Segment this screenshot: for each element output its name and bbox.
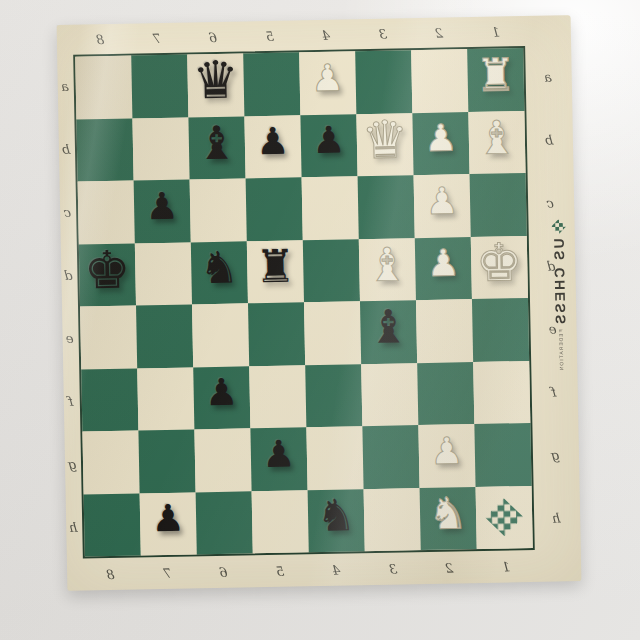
square-e7 [136,304,193,368]
white-king-d1: ♚ [475,236,523,289]
square-h2: ♞ [420,487,477,551]
square-d2: ♟ [415,237,472,301]
white-pawn-b2: ♟ [424,120,458,158]
black-rook-d5: ♜ [255,244,296,290]
rank-label-bottom-5: 5 [252,554,309,587]
square-g1 [474,423,531,487]
black-pawn-f6: ♟ [205,374,239,412]
black-pawn-b5: ♟ [256,123,290,161]
black-knight-d6: ♞ [199,245,239,290]
vinyl-chess-mat: ♛♟♜♝♟♟♛♟♝♟♟♚♞♜♝♟♚♝♟♟♟♟♞♞ US CHESS FEDERA… [57,15,582,591]
square-b8 [76,118,133,182]
rank-label-top-4: 4 [299,19,356,50]
square-f2 [417,362,474,426]
black-pawn-g5: ♟ [262,435,296,473]
square-b7 [132,117,189,181]
white-pawn-a4: ♟ [311,59,345,97]
square-e1 [472,298,529,362]
rank-label-top-7: 7 [129,23,186,54]
rank-label-top-1: 1 [468,16,525,47]
file-label-left-d: d [61,244,78,307]
us-chess-federation-logo: US CHESS FEDERATION [550,219,569,372]
square-c3 [358,175,415,239]
file-label-left-b: b [58,118,75,181]
square-a3 [355,50,412,114]
square-d3: ♝ [359,238,416,302]
square-c4 [302,176,359,240]
rank-label-bottom-7: 7 [139,556,196,589]
square-e4 [304,301,361,365]
us-chess-corner-logo-icon [485,498,524,537]
square-f5 [249,365,306,429]
square-h1 [476,485,533,549]
square-h8 [84,493,141,557]
square-h5 [252,490,309,554]
white-rook-a1: ♜ [475,52,516,98]
rank-label-top-3: 3 [355,18,412,49]
rank-label-bottom-8: 8 [83,557,140,590]
square-d4 [303,239,360,303]
black-queen-a6: ♛ [192,54,240,107]
rank-label-top-5: 5 [242,20,299,51]
rank-label-bottom-6: 6 [196,555,253,588]
black-bishop-e3: ♝ [367,304,409,351]
square-d6: ♞ [191,241,248,305]
square-b4: ♟ [300,114,357,178]
square-h7: ♟ [140,492,197,556]
square-a6: ♛ [187,53,244,117]
square-h3 [364,488,421,552]
square-a7 [131,54,188,118]
square-e5 [248,302,305,366]
square-f6: ♟ [193,366,250,430]
square-c1 [470,173,527,237]
square-b1: ♝ [468,111,525,175]
square-d1: ♚ [471,235,528,299]
square-a8 [75,56,132,120]
file-label-right-a: a [525,45,572,109]
file-label-left-g: g [64,433,81,496]
rank-label-bottom-1: 1 [478,550,535,583]
file-label-right-h: h [534,486,581,550]
square-e8 [80,306,137,370]
white-pawn-d2: ♟ [426,245,460,283]
white-bishop-d3: ♝ [366,241,408,288]
square-a5 [243,52,300,116]
square-d7 [135,242,192,306]
square-c6 [190,178,247,242]
rank-label-bottom-4: 4 [309,553,366,586]
square-e6 [192,303,249,367]
file-label-left-a: a [57,55,74,118]
white-pawn-g2: ♟ [430,432,464,470]
square-a4: ♟ [299,51,356,115]
square-b5: ♟ [244,115,301,179]
black-pawn-c7: ♟ [145,187,179,225]
square-f4 [305,364,362,428]
rank-label-bottom-3: 3 [365,552,422,585]
white-pawn-c2: ♟ [425,182,459,220]
square-f1 [473,360,530,424]
file-label-left-h: h [66,496,83,559]
square-g7 [138,429,195,493]
black-pawn-h7: ♟ [151,500,185,538]
square-b6: ♝ [188,116,245,180]
square-f3 [361,363,418,427]
square-h6 [196,491,253,555]
square-e3: ♝ [360,300,417,364]
square-b2: ♟ [412,112,469,176]
square-f8 [81,368,138,432]
square-c5 [246,177,303,241]
square-g5: ♟ [250,427,307,491]
square-b3: ♛ [356,113,413,177]
square-g2: ♟ [418,424,475,488]
square-c2: ♟ [414,174,471,238]
square-a2 [411,49,468,113]
black-bishop-b6: ♝ [196,119,238,166]
file-label-left-e: e [62,307,79,370]
square-c8 [78,181,135,245]
square-d8: ♚ [79,243,136,307]
federation-logo-subtext: FEDERATION [558,330,565,372]
file-label-left-f: f [63,370,80,433]
rank-label-top-6: 6 [186,21,243,52]
square-g8 [82,430,139,494]
rank-label-bottom-2: 2 [422,551,479,584]
white-knight-h2: ♞ [428,491,468,536]
square-g4 [306,426,363,490]
rank-label-top-8: 8 [73,24,130,55]
square-h4: ♞ [308,489,365,553]
square-d5: ♜ [247,240,304,304]
square-g6 [194,428,251,492]
square-g3 [362,425,419,489]
federation-logo-text: US CHESS [551,238,569,326]
square-c7: ♟ [134,179,191,243]
federation-diamond-icon [551,219,566,234]
black-knight-h4: ♞ [316,493,356,538]
file-label-left-c: c [60,181,77,244]
white-queen-b3: ♛ [361,113,409,166]
black-pawn-b4: ♟ [312,122,346,160]
rank-label-top-2: 2 [412,17,469,48]
chess-board: ♛♟♜♝♟♟♛♟♝♟♟♚♞♜♝♟♚♝♟♟♟♟♞♞ [73,46,535,559]
black-king-d8: ♚ [84,243,132,296]
file-label-right-g: g [532,423,579,487]
chessboard-photo: ♛♟♜♝♟♟♛♟♝♟♟♚♞♜♝♟♚♝♟♟♟♟♞♞ US CHESS FEDERA… [0,0,640,640]
square-a1: ♜ [467,48,524,112]
file-label-right-b: b [526,108,573,172]
white-bishop-b1: ♝ [476,114,518,161]
square-f7 [137,367,194,431]
square-e2 [416,299,473,363]
